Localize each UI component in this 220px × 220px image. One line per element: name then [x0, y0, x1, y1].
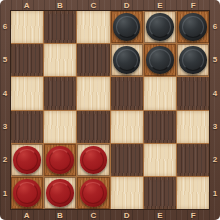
rank-label: 4 [210, 77, 220, 110]
square-d5[interactable] [111, 44, 143, 76]
red-piece[interactable] [46, 179, 74, 207]
square-f5[interactable] [177, 44, 209, 76]
file-label: F [177, 0, 210, 10]
square-e3[interactable] [144, 111, 176, 143]
square-b2[interactable] [44, 144, 76, 176]
square-f4[interactable] [177, 77, 209, 109]
rank-label: 1 [0, 177, 10, 210]
red-piece[interactable] [46, 146, 74, 174]
red-piece[interactable] [80, 179, 108, 207]
rank-label: 2 [210, 143, 220, 176]
square-a3[interactable] [11, 111, 43, 143]
square-d1[interactable] [111, 177, 143, 209]
file-label: C [77, 210, 110, 220]
black-piece[interactable] [146, 46, 174, 74]
file-label: E [143, 0, 176, 10]
black-piece[interactable] [179, 46, 207, 74]
square-b6[interactable] [44, 11, 76, 43]
square-f1[interactable] [177, 177, 209, 209]
rank-label: 3 [0, 110, 10, 143]
rank-label: 1 [210, 177, 220, 210]
black-piece[interactable] [113, 13, 141, 41]
square-a4[interactable] [11, 77, 43, 109]
red-piece[interactable] [13, 179, 41, 207]
square-f3[interactable] [177, 111, 209, 143]
checkers-board: ABCDEF ABCDEF 654321 654321 [0, 0, 220, 220]
square-b1[interactable] [44, 177, 76, 209]
black-piece[interactable] [113, 46, 141, 74]
black-piece[interactable] [179, 13, 207, 41]
square-c6[interactable] [77, 11, 109, 43]
file-label: A [10, 210, 43, 220]
rank-label: 6 [210, 10, 220, 43]
square-c2[interactable] [77, 144, 109, 176]
square-d6[interactable] [111, 11, 143, 43]
square-e5[interactable] [144, 44, 176, 76]
rank-labels-left: 654321 [0, 10, 10, 210]
square-e2[interactable] [144, 144, 176, 176]
square-a6[interactable] [11, 11, 43, 43]
rank-labels-right: 654321 [210, 10, 220, 210]
square-c3[interactable] [77, 111, 109, 143]
square-d2[interactable] [111, 144, 143, 176]
checkers-app-screenshot: ABCDEF ABCDEF 654321 654321 [0, 0, 220, 220]
square-c4[interactable] [77, 77, 109, 109]
square-a1[interactable] [11, 177, 43, 209]
red-piece[interactable] [13, 146, 41, 174]
black-piece[interactable] [146, 13, 174, 41]
square-a5[interactable] [11, 44, 43, 76]
square-b3[interactable] [44, 111, 76, 143]
square-c5[interactable] [77, 44, 109, 76]
file-labels-top: ABCDEF [10, 0, 210, 10]
rank-label: 6 [0, 10, 10, 43]
file-label: D [110, 210, 143, 220]
file-label: B [43, 0, 76, 10]
rank-label: 5 [0, 43, 10, 76]
square-e6[interactable] [144, 11, 176, 43]
file-label: F [177, 210, 210, 220]
board-grid [10, 10, 210, 210]
square-a2[interactable] [11, 144, 43, 176]
file-labels-bottom: ABCDEF [10, 210, 210, 220]
square-b4[interactable] [44, 77, 76, 109]
file-label: D [110, 0, 143, 10]
square-f6[interactable] [177, 11, 209, 43]
square-f2[interactable] [177, 144, 209, 176]
file-label: B [43, 210, 76, 220]
rank-label: 3 [210, 110, 220, 143]
square-d3[interactable] [111, 111, 143, 143]
red-piece[interactable] [80, 146, 108, 174]
rank-label: 2 [0, 143, 10, 176]
square-b5[interactable] [44, 44, 76, 76]
file-label: E [143, 210, 176, 220]
rank-label: 5 [210, 43, 220, 76]
file-label: A [10, 0, 43, 10]
square-e4[interactable] [144, 77, 176, 109]
rank-label: 4 [0, 77, 10, 110]
square-c1[interactable] [77, 177, 109, 209]
file-label: C [77, 0, 110, 10]
square-d4[interactable] [111, 77, 143, 109]
square-e1[interactable] [144, 177, 176, 209]
